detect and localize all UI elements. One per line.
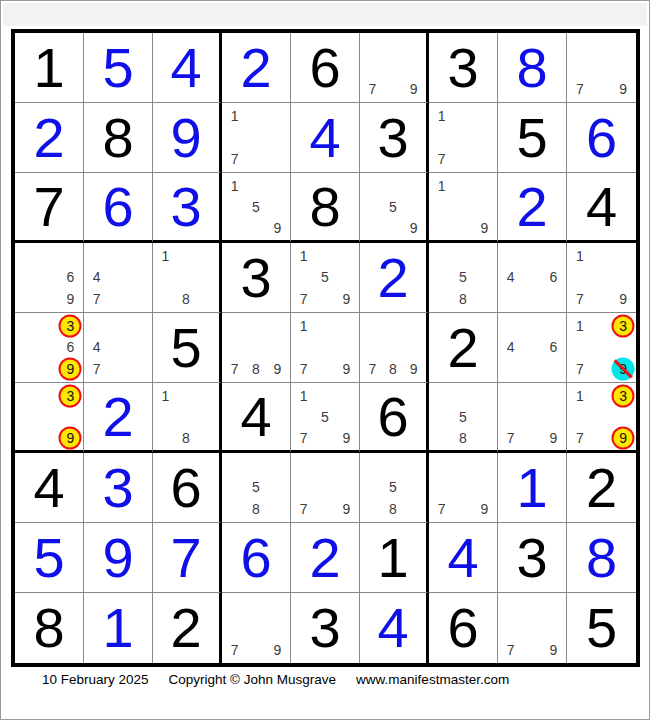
candidate-8: 8	[383, 498, 404, 520]
cell-r3c5[interactable]: 8	[291, 173, 360, 243]
cell-r6c5[interactable]: 1579	[291, 383, 360, 453]
cell-r9c2[interactable]: 1	[84, 593, 153, 663]
cell-r5c8[interactable]: 46	[498, 313, 567, 383]
candidate-5: 5	[452, 406, 473, 427]
cell-r2c8[interactable]: 5	[498, 103, 567, 173]
candidate-7: 7	[362, 78, 383, 100]
candidate-9: 9	[403, 78, 424, 100]
cell-r2c5[interactable]: 4	[291, 103, 360, 173]
solved-digit: 3	[170, 179, 201, 235]
candidate-grid: 46	[498, 313, 566, 382]
cell-r4c3[interactable]: 18	[153, 243, 222, 313]
candidate-9: 9	[267, 217, 288, 238]
candidate-1: 1	[155, 385, 176, 406]
candidate-8: 8	[245, 358, 266, 380]
candidate-grid: 17	[429, 103, 497, 172]
cell-r6c6[interactable]: 6	[360, 383, 429, 453]
candidate-1: 1	[293, 245, 314, 267]
cell-r6c2[interactable]: 2	[84, 383, 153, 453]
candidate-3-yellow-circled: 3	[60, 315, 81, 337]
candidate-grid: 47	[84, 313, 152, 382]
candidate-grid: 1379	[567, 313, 636, 382]
sudoku-board: 1542679387928917431756763159859192469471…	[11, 29, 640, 667]
candidate-grid: 19	[429, 173, 497, 240]
candidate-grid: 58	[429, 383, 497, 450]
given-digit: 8	[102, 110, 133, 166]
cell-r9c7[interactable]: 6	[429, 593, 498, 663]
candidate-grid: 69	[15, 243, 83, 312]
solved-digit: 6	[586, 110, 617, 166]
given-digit: 1	[33, 40, 64, 96]
candidate-8: 8	[452, 288, 473, 310]
solved-digit: 8	[516, 40, 547, 96]
cell-r6c7[interactable]: 58	[429, 383, 498, 453]
candidate-9: 9	[403, 217, 424, 238]
cell-r8c5[interactable]: 2	[291, 523, 360, 593]
cell-r1c9[interactable]: 79	[567, 33, 636, 103]
candidate-7: 7	[293, 498, 314, 520]
given-digit: 6	[447, 600, 478, 656]
candidate-7: 7	[569, 427, 591, 448]
candidate-4: 4	[86, 337, 107, 359]
cell-r7c7[interactable]: 79	[429, 453, 498, 523]
candidate-grid: 79	[498, 593, 566, 663]
cell-r5c3[interactable]: 5	[153, 313, 222, 383]
top-strip	[3, 3, 647, 26]
given-digit: 4	[586, 179, 617, 235]
cell-r5c4[interactable]: 789	[222, 313, 291, 383]
candidate-grid: 58	[429, 243, 497, 312]
candidate-9: 9	[612, 78, 634, 100]
cell-r9c1[interactable]: 8	[15, 593, 84, 663]
given-digit: 8	[309, 179, 340, 235]
candidate-1: 1	[569, 315, 591, 337]
candidate-grid: 1579	[291, 243, 359, 312]
cell-r9c5[interactable]: 3	[291, 593, 360, 663]
cell-r5c2[interactable]: 47	[84, 313, 153, 383]
candidate-4: 4	[500, 267, 521, 289]
cell-r1c1[interactable]: 1	[15, 33, 84, 103]
candidate-grid: 17	[222, 103, 290, 172]
cell-r6c1[interactable]: 39	[15, 383, 84, 453]
given-digit: 3	[377, 110, 408, 166]
cell-r3c3[interactable]: 3	[153, 173, 222, 243]
candidate-1: 1	[293, 315, 314, 337]
cell-r5c5[interactable]: 179	[291, 313, 360, 383]
candidate-1: 1	[569, 385, 591, 406]
candidate-grid: 79	[498, 383, 566, 450]
candidate-7: 7	[86, 288, 107, 310]
given-digit: 7	[33, 179, 64, 235]
candidate-7: 7	[569, 288, 591, 310]
candidate-grid: 179	[567, 243, 636, 312]
candidate-grid: 18	[153, 383, 219, 450]
cell-r9c3[interactable]: 2	[153, 593, 222, 663]
given-digit: 4	[33, 460, 64, 516]
candidate-9: 9	[267, 358, 288, 380]
candidate-7: 7	[431, 148, 452, 170]
cell-r2c7[interactable]: 17	[429, 103, 498, 173]
cell-r3c9[interactable]: 4	[567, 173, 636, 243]
solved-digit: 6	[240, 530, 271, 586]
cell-r6c3[interactable]: 18	[153, 383, 222, 453]
cell-r8c2[interactable]: 9	[84, 523, 153, 593]
cell-r5c1[interactable]: 369	[15, 313, 84, 383]
cell-r5c7[interactable]: 2	[429, 313, 498, 383]
cell-r2c1[interactable]: 2	[15, 103, 84, 173]
page: 1542679387928917431756763159859192469471…	[0, 0, 650, 720]
cell-r2c3[interactable]: 9	[153, 103, 222, 173]
candidate-7: 7	[569, 78, 591, 100]
cell-r2c6[interactable]: 3	[360, 103, 429, 173]
candidate-1: 1	[431, 105, 452, 127]
candidate-3-yellow-circled: 3	[612, 315, 634, 337]
candidate-9: 9	[612, 288, 634, 310]
candidate-5: 5	[383, 477, 404, 499]
candidate-grid: 58	[222, 453, 290, 522]
solved-digit: 2	[377, 250, 408, 306]
given-digit: 2	[447, 320, 478, 376]
candidate-grid: 1579	[291, 383, 359, 450]
candidate-6: 6	[543, 337, 564, 359]
candidate-5: 5	[314, 406, 335, 427]
candidate-grid: 79	[360, 33, 426, 102]
candidate-7: 7	[431, 498, 452, 520]
given-digit: 5	[586, 600, 617, 656]
cell-r3c6[interactable]: 59	[360, 173, 429, 243]
cell-r9c6[interactable]: 4	[360, 593, 429, 663]
candidate-9: 9	[543, 639, 564, 661]
given-digit: 4	[240, 389, 271, 445]
candidate-9: 9	[543, 427, 564, 448]
cell-r3c4[interactable]: 159	[222, 173, 291, 243]
candidate-6: 6	[543, 267, 564, 289]
candidate-8: 8	[383, 358, 404, 380]
given-digit: 5	[516, 110, 547, 166]
given-digit: 2	[586, 460, 617, 516]
candidate-9: 9	[336, 288, 357, 310]
candidate-7: 7	[293, 288, 314, 310]
cell-r4c5[interactable]: 1579	[291, 243, 360, 313]
candidate-9: 9	[474, 498, 495, 520]
solved-digit: 5	[33, 530, 64, 586]
solved-digit: 2	[33, 110, 64, 166]
candidate-grid: 789	[360, 313, 426, 382]
candidate-9-yellow-circled: 9	[60, 358, 81, 380]
candidate-5: 5	[383, 196, 404, 217]
cell-r3c2[interactable]: 6	[84, 173, 153, 243]
candidate-7: 7	[569, 358, 591, 380]
cell-r7c9[interactable]: 2	[567, 453, 636, 523]
candidate-grid: 58	[360, 453, 426, 522]
candidate-7: 7	[224, 148, 245, 170]
cell-r5c9[interactable]: 1379	[567, 313, 636, 383]
cell-r7c2[interactable]: 3	[84, 453, 153, 523]
solved-digit: 1	[102, 600, 133, 656]
candidate-8: 8	[176, 427, 197, 448]
candidate-5: 5	[245, 477, 266, 499]
candidate-5: 5	[245, 196, 266, 217]
cell-r4c1[interactable]: 69	[15, 243, 84, 313]
candidate-5: 5	[314, 267, 335, 289]
cell-r3c7[interactable]: 19	[429, 173, 498, 243]
cell-r1c4[interactable]: 2	[222, 33, 291, 103]
cell-r5c6[interactable]: 789	[360, 313, 429, 383]
solved-digit: 2	[102, 389, 133, 445]
cell-r7c3[interactable]: 6	[153, 453, 222, 523]
cell-r4c7[interactable]: 58	[429, 243, 498, 313]
footer-website: www.manifestmaster.com	[356, 672, 509, 687]
cell-r1c5[interactable]: 6	[291, 33, 360, 103]
given-digit: 2	[170, 600, 201, 656]
given-digit: 8	[33, 600, 64, 656]
cell-r1c8[interactable]: 8	[498, 33, 567, 103]
given-digit: 6	[170, 460, 201, 516]
candidate-grid: 179	[291, 313, 359, 382]
cell-r7c1[interactable]: 4	[15, 453, 84, 523]
candidate-grid: 79	[567, 33, 636, 102]
cell-r8c8[interactable]: 3	[498, 523, 567, 593]
candidate-9: 9	[60, 288, 81, 310]
solved-digit: 2	[309, 530, 340, 586]
cell-r4c6[interactable]: 2	[360, 243, 429, 313]
footer: 10 February 2025Copyright © John Musgrav…	[42, 672, 529, 687]
candidate-7: 7	[86, 358, 107, 380]
given-digit: 3	[240, 250, 271, 306]
candidate-1: 1	[155, 245, 176, 267]
solved-digit: 3	[102, 460, 133, 516]
solved-digit: 7	[170, 530, 201, 586]
candidate-grid: 46	[498, 243, 566, 312]
cell-r7c4[interactable]: 58	[222, 453, 291, 523]
candidate-6: 6	[60, 267, 81, 289]
cell-r7c6[interactable]: 58	[360, 453, 429, 523]
solved-digit: 2	[240, 40, 271, 96]
candidate-grid: 79	[429, 453, 497, 522]
cell-r9c4[interactable]: 79	[222, 593, 291, 663]
cell-r1c7[interactable]: 3	[429, 33, 498, 103]
candidate-7: 7	[293, 358, 314, 380]
candidate-7: 7	[500, 427, 521, 448]
cell-r6c9[interactable]: 1379	[567, 383, 636, 453]
cell-r8c9[interactable]: 8	[567, 523, 636, 593]
given-digit: 6	[309, 40, 340, 96]
cell-r8c4[interactable]: 6	[222, 523, 291, 593]
cell-r1c3[interactable]: 4	[153, 33, 222, 103]
candidate-4: 4	[86, 267, 107, 289]
candidate-9-cyan-eliminated: 9	[612, 358, 634, 380]
candidate-grid: 159	[222, 173, 290, 240]
given-digit: 1	[377, 530, 408, 586]
given-digit: 3	[447, 40, 478, 96]
candidate-3-yellow-circled: 3	[60, 385, 81, 406]
cell-r4c2[interactable]: 47	[84, 243, 153, 313]
candidate-1: 1	[569, 245, 591, 267]
candidate-grid: 39	[15, 383, 83, 450]
solved-digit: 4	[377, 600, 408, 656]
candidate-7: 7	[362, 358, 383, 380]
candidate-grid: 47	[84, 243, 152, 312]
footer-date: 10 February 2025	[42, 672, 149, 687]
candidate-grid: 369	[15, 313, 83, 382]
cell-r8c7[interactable]: 4	[429, 523, 498, 593]
candidate-grid: 1379	[567, 383, 636, 450]
cell-r6c8[interactable]: 79	[498, 383, 567, 453]
solved-digit: 5	[102, 40, 133, 96]
given-digit: 3	[516, 530, 547, 586]
candidate-3-yellow-circled: 3	[612, 385, 634, 406]
cell-r7c8[interactable]: 1	[498, 453, 567, 523]
cell-r4c8[interactable]: 46	[498, 243, 567, 313]
cell-r1c2[interactable]: 5	[84, 33, 153, 103]
cell-r4c4[interactable]: 3	[222, 243, 291, 313]
candidate-7: 7	[224, 639, 245, 661]
cell-r3c8[interactable]: 2	[498, 173, 567, 243]
cell-r6c4[interactable]: 4	[222, 383, 291, 453]
candidate-1: 1	[293, 385, 314, 406]
footer-copyright: Copyright © John Musgrave	[169, 672, 337, 687]
candidate-8: 8	[245, 498, 266, 520]
candidate-grid: 79	[291, 453, 359, 522]
candidate-9: 9	[267, 639, 288, 661]
candidate-5: 5	[452, 267, 473, 289]
candidate-grid: 59	[360, 173, 426, 240]
solved-digit: 2	[516, 179, 547, 235]
cell-r4c9[interactable]: 179	[567, 243, 636, 313]
solved-digit: 4	[447, 530, 478, 586]
solved-digit: 1	[516, 460, 547, 516]
candidate-7: 7	[293, 427, 314, 448]
cell-r8c1[interactable]: 5	[15, 523, 84, 593]
candidate-1: 1	[224, 175, 245, 196]
candidate-9-yellow-circled: 9	[60, 427, 81, 448]
cell-r1c6[interactable]: 79	[360, 33, 429, 103]
solved-digit: 8	[586, 530, 617, 586]
cell-r8c6[interactable]: 1	[360, 523, 429, 593]
candidate-6: 6	[60, 337, 81, 359]
cell-r2c9[interactable]: 6	[567, 103, 636, 173]
candidate-8: 8	[176, 288, 197, 310]
cell-r2c2[interactable]: 8	[84, 103, 153, 173]
cell-r2c4[interactable]: 17	[222, 103, 291, 173]
cell-r9c9[interactable]: 5	[567, 593, 636, 663]
candidate-4: 4	[500, 337, 521, 359]
candidate-1: 1	[431, 175, 452, 196]
candidate-9: 9	[474, 217, 495, 238]
cell-r7c5[interactable]: 79	[291, 453, 360, 523]
candidate-grid: 18	[153, 243, 219, 312]
candidate-7: 7	[500, 639, 521, 661]
candidate-9: 9	[336, 358, 357, 380]
cell-r3c1[interactable]: 7	[15, 173, 84, 243]
cell-r8c3[interactable]: 7	[153, 523, 222, 593]
candidate-8: 8	[452, 427, 473, 448]
candidate-7: 7	[224, 358, 245, 380]
candidate-grid: 79	[222, 593, 290, 663]
candidate-9: 9	[336, 427, 357, 448]
solved-digit: 4	[309, 110, 340, 166]
candidate-9: 9	[336, 498, 357, 520]
given-digit: 3	[309, 600, 340, 656]
given-digit: 5	[170, 320, 201, 376]
candidate-grid: 789	[222, 313, 290, 382]
cell-r9c8[interactable]: 79	[498, 593, 567, 663]
solved-digit: 6	[102, 179, 133, 235]
solved-digit: 9	[170, 110, 201, 166]
candidate-9: 9	[403, 358, 424, 380]
candidate-1: 1	[224, 105, 245, 127]
given-digit: 6	[377, 389, 408, 445]
solved-digit: 4	[170, 40, 201, 96]
candidate-9-yellow-circled: 9	[612, 427, 634, 448]
solved-digit: 9	[102, 530, 133, 586]
